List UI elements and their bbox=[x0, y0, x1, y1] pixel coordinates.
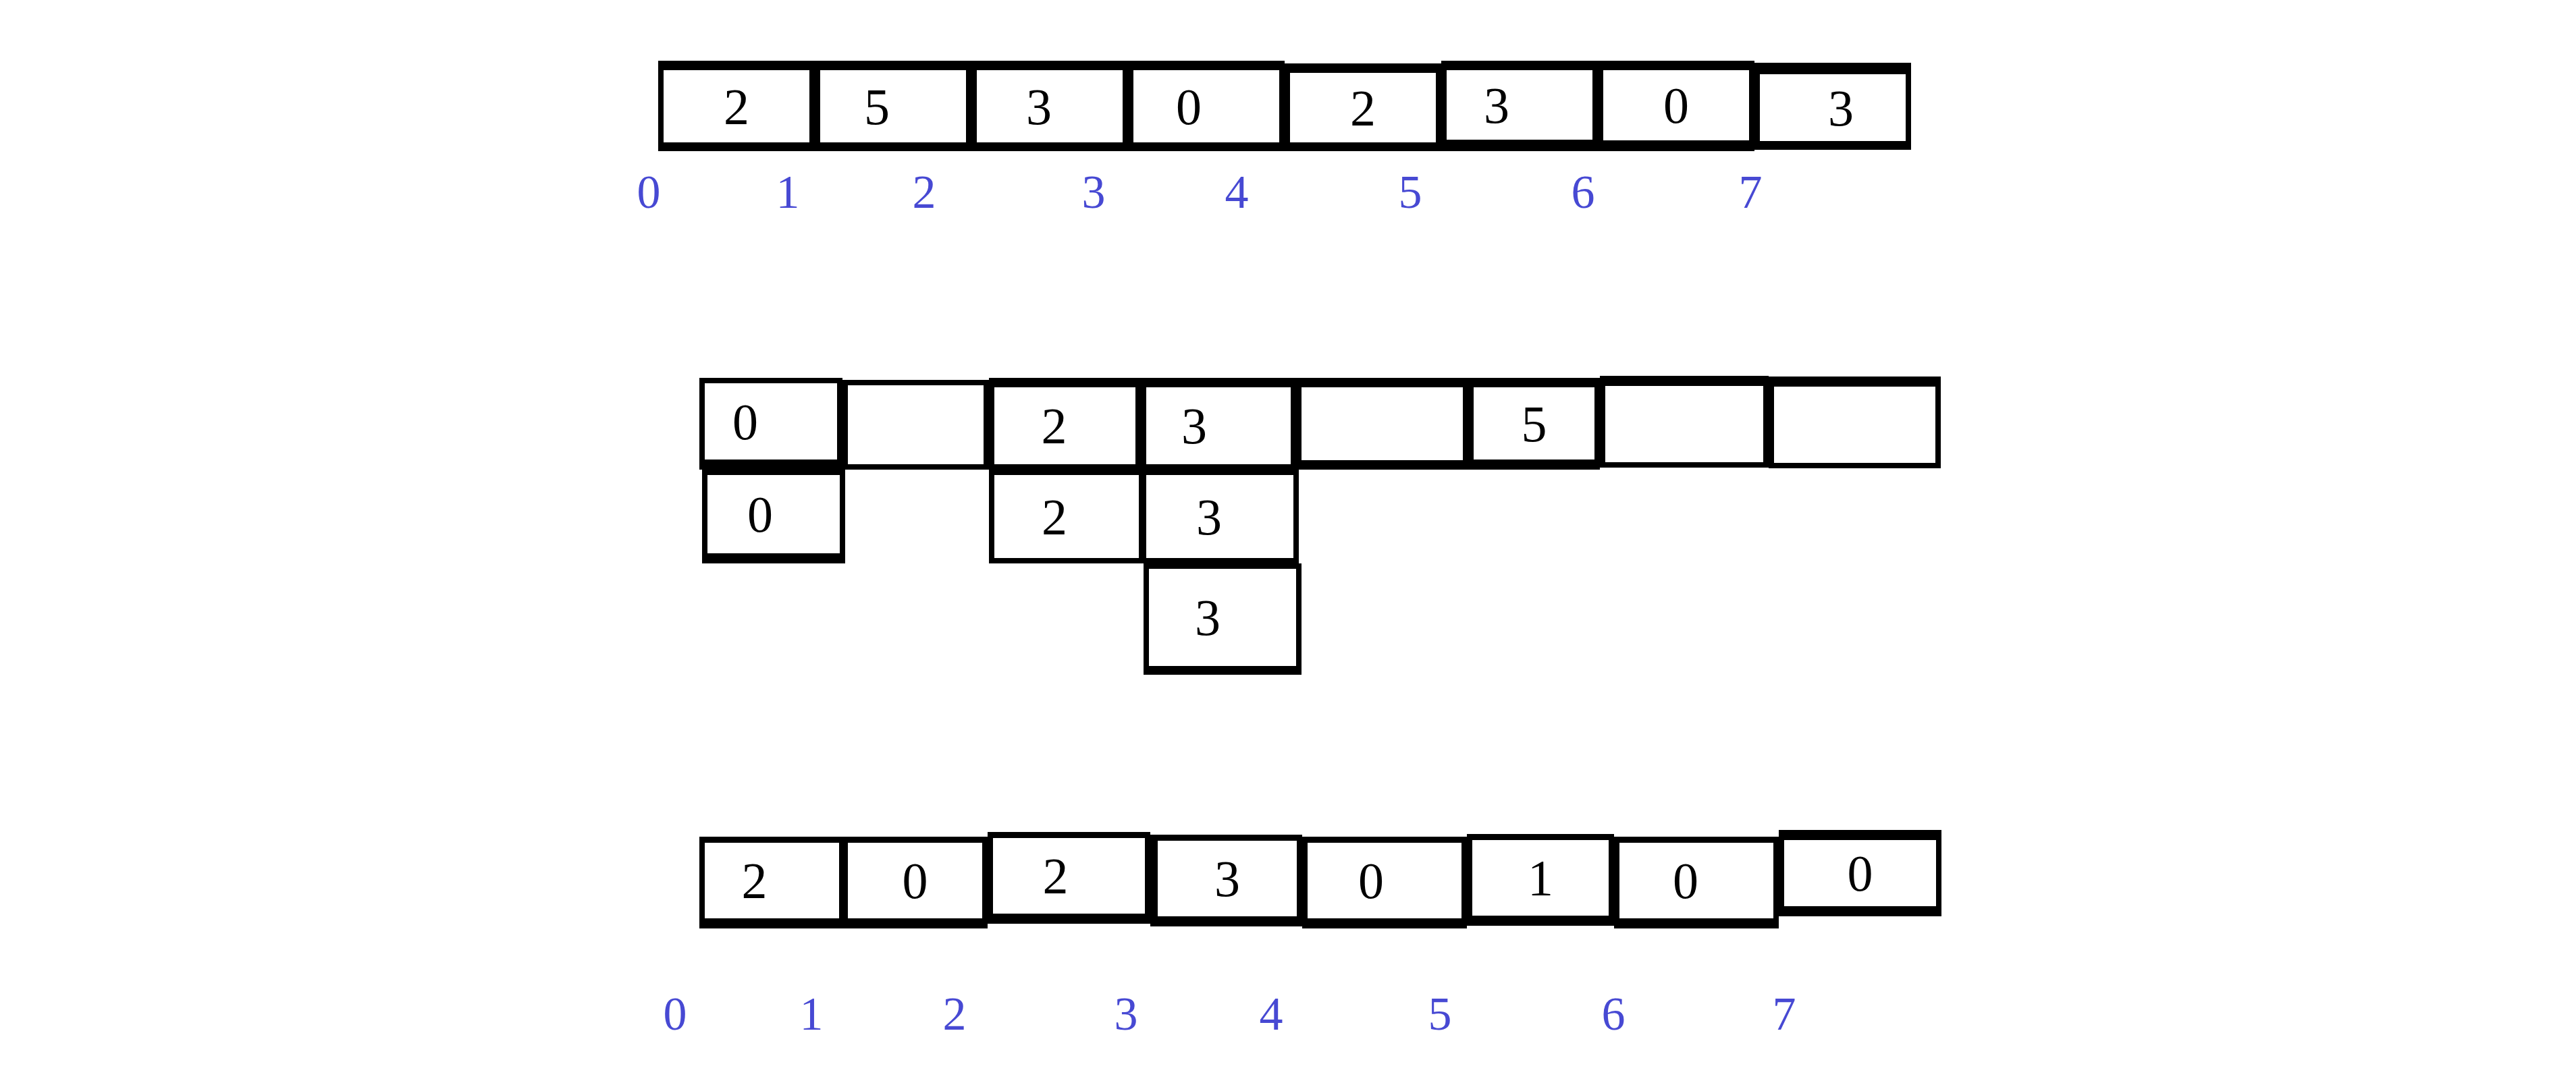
bucket-cell: 0 bbox=[702, 470, 845, 563]
index-label: 4 bbox=[1225, 169, 1249, 216]
cell-value: 3 bbox=[1026, 81, 1052, 132]
buckets-row-3: 3 bbox=[699, 563, 1952, 675]
input-array-cell: 5 bbox=[815, 61, 971, 151]
input-array-cell: 0 bbox=[1598, 61, 1754, 151]
cell-value: 5 bbox=[1522, 398, 1547, 449]
count-array-indices: 0 1 2 3 4 5 6 7 bbox=[699, 991, 1943, 1045]
cell-value: 2 bbox=[1043, 850, 1069, 901]
index-label: 2 bbox=[943, 991, 967, 1038]
index-label: 7 bbox=[1773, 991, 1796, 1038]
input-array-cell: 3 bbox=[1441, 61, 1598, 151]
cell-value: 3 bbox=[1195, 592, 1220, 643]
cell-value: 3 bbox=[1214, 853, 1240, 904]
count-array-cell: 0 bbox=[1779, 830, 1941, 916]
count-array-cell: 1 bbox=[1467, 834, 1614, 926]
bucket-cell: 3 bbox=[1144, 563, 1302, 675]
count-array-cell: 2 bbox=[699, 837, 844, 928]
cell-value: 2 bbox=[1042, 400, 1067, 451]
index-label: 5 bbox=[1399, 169, 1422, 216]
index-label: 2 bbox=[913, 169, 936, 216]
input-array-cell: 2 bbox=[1285, 63, 1441, 151]
cell-value: 0 bbox=[1673, 855, 1698, 906]
buckets-row-2: 0 2 3 bbox=[699, 470, 1952, 563]
bucket-cell: 0 bbox=[699, 378, 842, 470]
cell-value: 2 bbox=[724, 81, 749, 132]
cell-value: 0 bbox=[1358, 855, 1384, 906]
index-label: 4 bbox=[1260, 991, 1283, 1038]
index-label: 0 bbox=[637, 169, 661, 216]
count-array-cell: 2 bbox=[988, 832, 1150, 924]
index-label: 3 bbox=[1115, 991, 1138, 1038]
bucket-cell: 2 bbox=[989, 378, 1141, 470]
count-array-cell: 0 bbox=[1614, 837, 1779, 928]
index-label: 7 bbox=[1739, 169, 1763, 216]
index-label: 1 bbox=[800, 991, 824, 1038]
cell-value: 0 bbox=[732, 396, 758, 447]
index-label: 6 bbox=[1572, 169, 1595, 216]
cell-value: 2 bbox=[1042, 491, 1067, 542]
input-array: 2 5 3 0 2 3 0 3 bbox=[658, 61, 1911, 151]
index-label: 0 bbox=[664, 991, 687, 1038]
input-array-cell: 3 bbox=[971, 61, 1128, 151]
bucket-cell: 3 bbox=[1141, 378, 1296, 470]
bucket-cell bbox=[1296, 378, 1468, 470]
buckets-row-1: 0 2 3 5 bbox=[699, 378, 1941, 470]
bucket-cell: 2 bbox=[989, 470, 1144, 563]
cell-value: 5 bbox=[864, 81, 890, 132]
count-array: 2 0 2 3 0 1 0 0 bbox=[699, 837, 1941, 928]
cell-value: 0 bbox=[1848, 847, 1873, 899]
count-array-cell: 3 bbox=[1150, 835, 1302, 926]
cell-value: 3 bbox=[1484, 80, 1509, 131]
count-array-cell: 0 bbox=[1302, 837, 1467, 928]
index-label: 6 bbox=[1602, 991, 1626, 1038]
bucket-cell bbox=[1600, 376, 1769, 468]
cell-value: 3 bbox=[1181, 400, 1207, 451]
input-array-indices: 0 1 2 3 4 5 6 7 bbox=[658, 169, 1911, 223]
input-array-cell: 2 bbox=[658, 61, 815, 151]
cell-value: 3 bbox=[1196, 491, 1222, 542]
cell-value: 3 bbox=[1828, 82, 1854, 134]
counting-sort-diagram: 2 5 3 0 2 3 0 3 0 1 2 3 4 5 6 7 0 2 3 5 … bbox=[0, 0, 2576, 1085]
cell-value: 2 bbox=[742, 855, 768, 906]
count-array-cell: 0 bbox=[842, 837, 988, 928]
index-label: 1 bbox=[776, 169, 800, 216]
input-array-cell: 3 bbox=[1754, 63, 1911, 150]
cell-value: 0 bbox=[747, 489, 773, 540]
bucket-cell: 5 bbox=[1468, 378, 1600, 470]
bucket-cell bbox=[1769, 377, 1941, 468]
index-label: 3 bbox=[1082, 169, 1106, 216]
bucket-cell bbox=[842, 380, 989, 470]
index-label: 5 bbox=[1428, 991, 1452, 1038]
cell-value: 0 bbox=[1176, 81, 1202, 132]
cell-value: 0 bbox=[903, 855, 928, 906]
cell-value: 2 bbox=[1350, 82, 1376, 134]
cell-value: 1 bbox=[1528, 852, 1553, 903]
input-array-cell: 0 bbox=[1128, 61, 1285, 151]
bucket-cell: 3 bbox=[1141, 470, 1299, 563]
cell-value: 0 bbox=[1663, 80, 1689, 131]
